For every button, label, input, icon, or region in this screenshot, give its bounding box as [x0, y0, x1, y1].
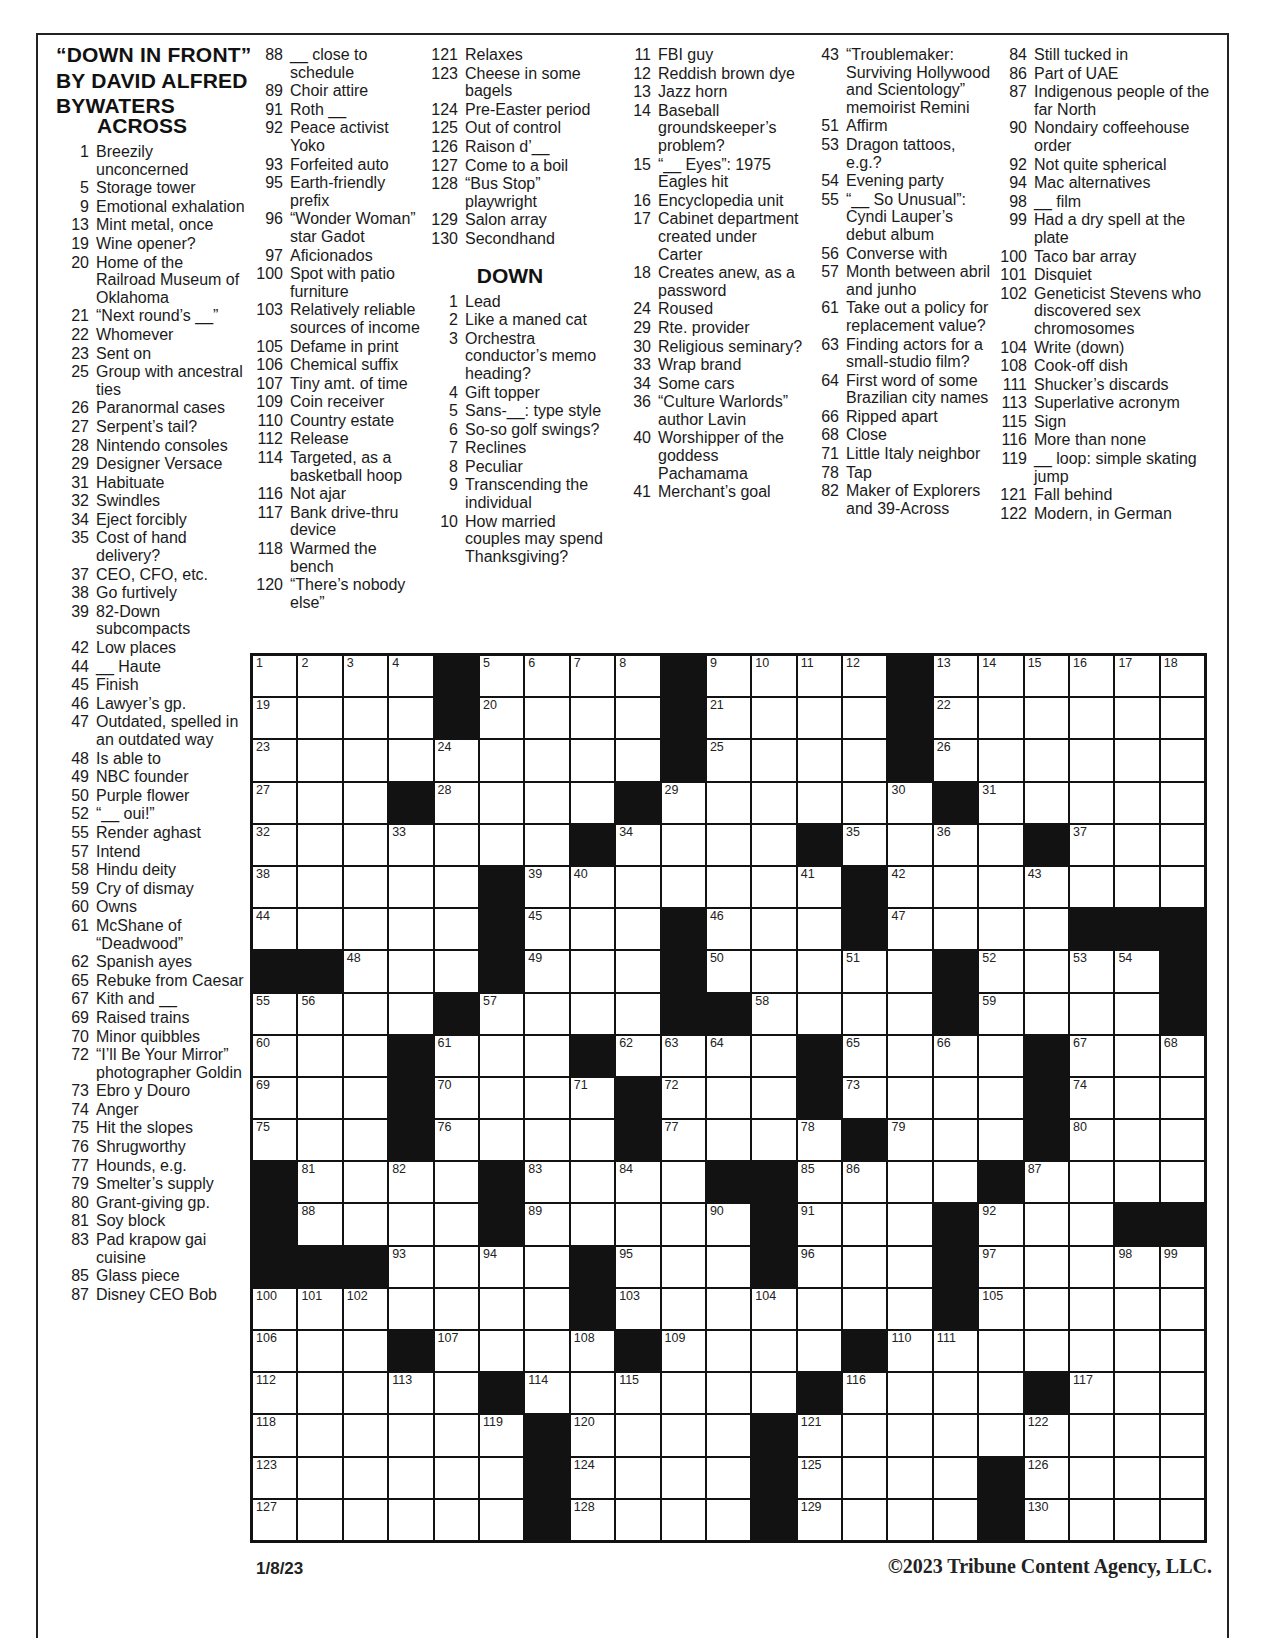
grid-cell[interactable]: [298, 867, 341, 907]
grid-cell[interactable]: 94: [480, 1247, 523, 1287]
grid-cell[interactable]: [888, 1036, 931, 1076]
grid-cell[interactable]: [571, 1373, 614, 1413]
grid-cell[interactable]: [1025, 1331, 1068, 1371]
grid-cell[interactable]: [1115, 1036, 1158, 1076]
grid-cell[interactable]: 77: [662, 1120, 705, 1160]
grid-cell[interactable]: [662, 1247, 705, 1287]
grid-cell[interactable]: [298, 825, 341, 865]
grid-cell[interactable]: 59: [979, 994, 1022, 1034]
grid-cell[interactable]: 21: [707, 698, 750, 738]
grid-cell[interactable]: [1161, 1500, 1204, 1540]
grid-cell[interactable]: [389, 867, 432, 907]
grid-cell[interactable]: [571, 994, 614, 1034]
grid-cell[interactable]: 30: [888, 783, 931, 823]
grid-cell[interactable]: [298, 1120, 341, 1160]
grid-cell[interactable]: [707, 867, 750, 907]
grid-cell[interactable]: 91: [798, 1204, 841, 1244]
grid-cell[interactable]: [1161, 1162, 1204, 1202]
grid-cell[interactable]: [344, 909, 387, 949]
grid-cell[interactable]: [344, 740, 387, 780]
grid-cell[interactable]: [298, 1458, 341, 1498]
grid-cell[interactable]: [888, 1458, 931, 1498]
grid-cell[interactable]: 28: [435, 783, 478, 823]
grid-cell[interactable]: [1025, 909, 1068, 949]
grid-cell[interactable]: [344, 1120, 387, 1160]
grid-cell[interactable]: [1115, 1289, 1158, 1329]
grid-cell[interactable]: [1070, 1247, 1113, 1287]
grid-cell[interactable]: [616, 994, 659, 1034]
grid-cell[interactable]: 5: [480, 656, 523, 696]
grid-cell[interactable]: [888, 1500, 931, 1540]
grid-cell[interactable]: [752, 1078, 795, 1118]
grid-cell[interactable]: 113: [389, 1373, 432, 1413]
grid-cell[interactable]: [480, 1289, 523, 1329]
grid-cell[interactable]: 122: [1025, 1415, 1068, 1455]
grid-cell[interactable]: 27: [253, 783, 296, 823]
grid-cell[interactable]: [1115, 1162, 1158, 1202]
grid-cell[interactable]: [525, 1331, 568, 1371]
grid-cell[interactable]: [1161, 1289, 1204, 1329]
grid-cell[interactable]: [525, 1078, 568, 1118]
grid-cell[interactable]: [435, 1162, 478, 1202]
grid-cell[interactable]: 12: [843, 656, 886, 696]
grid-cell[interactable]: [798, 1289, 841, 1329]
grid-cell[interactable]: 100: [253, 1289, 296, 1329]
grid-cell[interactable]: 116: [843, 1373, 886, 1413]
grid-cell[interactable]: 119: [480, 1415, 523, 1455]
grid-cell[interactable]: [525, 698, 568, 738]
grid-cell[interactable]: [344, 1162, 387, 1202]
grid-cell[interactable]: [752, 1036, 795, 1076]
grid-cell[interactable]: 52: [979, 951, 1022, 991]
grid-cell[interactable]: [616, 1458, 659, 1498]
grid-cell[interactable]: [662, 1289, 705, 1329]
grid-cell[interactable]: 44: [253, 909, 296, 949]
grid-cell[interactable]: [662, 1458, 705, 1498]
grid-cell[interactable]: [752, 740, 795, 780]
grid-cell[interactable]: 81: [298, 1162, 341, 1202]
grid-cell[interactable]: 46: [707, 909, 750, 949]
grid-cell[interactable]: [979, 1373, 1022, 1413]
grid-cell[interactable]: 80: [1070, 1120, 1113, 1160]
grid-cell[interactable]: [525, 740, 568, 780]
grid-cell[interactable]: [707, 1289, 750, 1329]
grid-cell[interactable]: 38: [253, 867, 296, 907]
grid-cell[interactable]: [616, 909, 659, 949]
grid-cell[interactable]: [389, 740, 432, 780]
grid-cell[interactable]: 112: [253, 1373, 296, 1413]
grid-cell[interactable]: [934, 1078, 977, 1118]
grid-cell[interactable]: [616, 867, 659, 907]
grid-cell[interactable]: [525, 1036, 568, 1076]
grid-cell[interactable]: [571, 698, 614, 738]
grid-cell[interactable]: [1115, 783, 1158, 823]
grid-cell[interactable]: [525, 994, 568, 1034]
grid-cell[interactable]: 6: [525, 656, 568, 696]
grid-cell[interactable]: 129: [798, 1500, 841, 1540]
grid-cell[interactable]: 125: [798, 1458, 841, 1498]
grid-cell[interactable]: [843, 698, 886, 738]
grid-cell[interactable]: [344, 1036, 387, 1076]
grid-cell[interactable]: [480, 1331, 523, 1371]
grid-cell[interactable]: [1115, 867, 1158, 907]
grid-cell[interactable]: 66: [934, 1036, 977, 1076]
grid-cell[interactable]: 92: [979, 1204, 1022, 1244]
grid-cell[interactable]: [480, 1500, 523, 1540]
grid-cell[interactable]: [1070, 698, 1113, 738]
grid-cell[interactable]: 57: [480, 994, 523, 1034]
grid-cell[interactable]: [752, 783, 795, 823]
grid-cell[interactable]: [571, 1120, 614, 1160]
grid-cell[interactable]: 54: [1115, 951, 1158, 991]
grid-cell[interactable]: [1070, 1500, 1113, 1540]
grid-cell[interactable]: [389, 951, 432, 991]
grid-cell[interactable]: 85: [798, 1162, 841, 1202]
grid-cell[interactable]: 93: [389, 1247, 432, 1287]
grid-cell[interactable]: [344, 1331, 387, 1371]
grid-cell[interactable]: 25: [707, 740, 750, 780]
grid-cell[interactable]: 31: [979, 783, 1022, 823]
grid-cell[interactable]: [1070, 994, 1113, 1034]
grid-cell[interactable]: [934, 1162, 977, 1202]
grid-cell[interactable]: 83: [525, 1162, 568, 1202]
grid-cell[interactable]: [888, 1415, 931, 1455]
grid-cell[interactable]: [707, 1078, 750, 1118]
grid-cell[interactable]: [934, 1120, 977, 1160]
grid-cell[interactable]: [662, 1373, 705, 1413]
grid-cell[interactable]: 19: [253, 698, 296, 738]
grid-cell[interactable]: [298, 698, 341, 738]
grid-cell[interactable]: [525, 1120, 568, 1160]
grid-cell[interactable]: [752, 1331, 795, 1371]
grid-cell[interactable]: [571, 951, 614, 991]
grid-cell[interactable]: [662, 825, 705, 865]
grid-cell[interactable]: [1161, 1331, 1204, 1371]
grid-cell[interactable]: [616, 698, 659, 738]
grid-cell[interactable]: [298, 740, 341, 780]
grid-cell[interactable]: [1115, 1373, 1158, 1413]
grid-cell[interactable]: [752, 698, 795, 738]
grid-cell[interactable]: 14: [979, 656, 1022, 696]
grid-cell[interactable]: 36: [934, 825, 977, 865]
grid-cell[interactable]: 103: [616, 1289, 659, 1329]
grid-cell[interactable]: 42: [888, 867, 931, 907]
grid-cell[interactable]: 23: [253, 740, 296, 780]
grid-cell[interactable]: 127: [253, 1500, 296, 1540]
grid-cell[interactable]: 34: [616, 825, 659, 865]
grid-cell[interactable]: 3: [344, 656, 387, 696]
grid-cell[interactable]: [1070, 1415, 1113, 1455]
grid-cell[interactable]: [934, 1415, 977, 1455]
grid-cell[interactable]: [616, 1415, 659, 1455]
grid-cell[interactable]: [1025, 1204, 1068, 1244]
grid-cell[interactable]: 73: [843, 1078, 886, 1118]
grid-cell[interactable]: [1115, 994, 1158, 1034]
grid-cell[interactable]: 4: [389, 656, 432, 696]
grid-cell[interactable]: 45: [525, 909, 568, 949]
grid-cell[interactable]: [843, 1458, 886, 1498]
grid-cell[interactable]: [480, 1120, 523, 1160]
grid-cell[interactable]: [934, 909, 977, 949]
grid-cell[interactable]: 123: [253, 1458, 296, 1498]
grid-cell[interactable]: [888, 1078, 931, 1118]
grid-cell[interactable]: [1070, 1331, 1113, 1371]
grid-cell[interactable]: [662, 1415, 705, 1455]
grid-cell[interactable]: [888, 825, 931, 865]
grid-cell[interactable]: 98: [1115, 1247, 1158, 1287]
grid-cell[interactable]: [480, 1078, 523, 1118]
grid-cell[interactable]: 15: [1025, 656, 1068, 696]
grid-cell[interactable]: [752, 825, 795, 865]
grid-cell[interactable]: 124: [571, 1458, 614, 1498]
grid-cell[interactable]: 75: [253, 1120, 296, 1160]
grid-cell[interactable]: [571, 909, 614, 949]
grid-cell[interactable]: [798, 909, 841, 949]
grid-cell[interactable]: [979, 1331, 1022, 1371]
grid-cell[interactable]: [344, 825, 387, 865]
grid-cell[interactable]: [389, 1289, 432, 1329]
grid-cell[interactable]: [707, 1500, 750, 1540]
grid-cell[interactable]: 89: [525, 1204, 568, 1244]
grid-cell[interactable]: 96: [798, 1247, 841, 1287]
grid-cell[interactable]: [1115, 1078, 1158, 1118]
grid-cell[interactable]: [525, 825, 568, 865]
grid-cell[interactable]: [1161, 740, 1204, 780]
grid-cell[interactable]: [435, 867, 478, 907]
grid-cell[interactable]: [888, 1162, 931, 1202]
grid-cell[interactable]: [798, 994, 841, 1034]
grid-cell[interactable]: [1025, 1289, 1068, 1329]
grid-cell[interactable]: 37: [1070, 825, 1113, 865]
grid-cell[interactable]: 68: [1161, 1036, 1204, 1076]
grid-cell[interactable]: 114: [525, 1373, 568, 1413]
grid-cell[interactable]: [616, 1204, 659, 1244]
grid-cell[interactable]: [979, 1120, 1022, 1160]
grid-cell[interactable]: [435, 1458, 478, 1498]
grid-cell[interactable]: [480, 1036, 523, 1076]
grid-cell[interactable]: 62: [616, 1036, 659, 1076]
grid-cell[interactable]: [298, 783, 341, 823]
grid-cell[interactable]: [435, 1415, 478, 1455]
grid-cell[interactable]: [1070, 867, 1113, 907]
grid-cell[interactable]: [1115, 740, 1158, 780]
grid-cell[interactable]: [979, 825, 1022, 865]
grid-cell[interactable]: 41: [798, 867, 841, 907]
grid-cell[interactable]: [979, 1036, 1022, 1076]
grid-cell[interactable]: 74: [1070, 1078, 1113, 1118]
grid-cell[interactable]: [979, 909, 1022, 949]
grid-cell[interactable]: [389, 1415, 432, 1455]
grid-cell[interactable]: 35: [843, 825, 886, 865]
grid-cell[interactable]: [934, 1500, 977, 1540]
grid-cell[interactable]: [752, 867, 795, 907]
grid-cell[interactable]: [1025, 994, 1068, 1034]
grid-cell[interactable]: [344, 1078, 387, 1118]
grid-cell[interactable]: [344, 994, 387, 1034]
grid-cell[interactable]: [298, 1036, 341, 1076]
grid-cell[interactable]: [389, 1500, 432, 1540]
grid-cell[interactable]: 47: [888, 909, 931, 949]
grid-cell[interactable]: [934, 1458, 977, 1498]
grid-cell[interactable]: [525, 783, 568, 823]
grid-cell[interactable]: [662, 1162, 705, 1202]
grid-cell[interactable]: 67: [1070, 1036, 1113, 1076]
grid-cell[interactable]: 10: [752, 656, 795, 696]
grid-cell[interactable]: 16: [1070, 656, 1113, 696]
grid-cell[interactable]: [752, 1373, 795, 1413]
grid-cell[interactable]: [616, 740, 659, 780]
grid-cell[interactable]: 121: [798, 1415, 841, 1455]
grid-cell[interactable]: [389, 698, 432, 738]
grid-cell[interactable]: [435, 825, 478, 865]
grid-cell[interactable]: [480, 1458, 523, 1498]
grid-cell[interactable]: [389, 1204, 432, 1244]
grid-cell[interactable]: [1161, 867, 1204, 907]
grid-cell[interactable]: [798, 740, 841, 780]
grid-cell[interactable]: [1115, 1500, 1158, 1540]
grid-cell[interactable]: 82: [389, 1162, 432, 1202]
grid-cell[interactable]: [1070, 1162, 1113, 1202]
grid-cell[interactable]: 69: [253, 1078, 296, 1118]
grid-cell[interactable]: [344, 1415, 387, 1455]
grid-cell[interactable]: [707, 1415, 750, 1455]
grid-cell[interactable]: 56: [298, 994, 341, 1034]
grid-cell[interactable]: 9: [707, 656, 750, 696]
grid-cell[interactable]: [843, 1204, 886, 1244]
grid-cell[interactable]: [934, 1373, 977, 1413]
grid-cell[interactable]: [525, 1247, 568, 1287]
grid-cell[interactable]: 90: [707, 1204, 750, 1244]
grid-cell[interactable]: [707, 825, 750, 865]
grid-cell[interactable]: 2: [298, 656, 341, 696]
grid-cell[interactable]: 1: [253, 656, 296, 696]
grid-cell[interactable]: [707, 1373, 750, 1413]
grid-cell[interactable]: 8: [616, 656, 659, 696]
grid-cell[interactable]: 109: [662, 1331, 705, 1371]
grid-cell[interactable]: 70: [435, 1078, 478, 1118]
grid-cell[interactable]: [1115, 1120, 1158, 1160]
grid-cell[interactable]: 95: [616, 1247, 659, 1287]
grid-cell[interactable]: [571, 1162, 614, 1202]
grid-cell[interactable]: 64: [707, 1036, 750, 1076]
grid-cell[interactable]: 99: [1161, 1247, 1204, 1287]
grid-cell[interactable]: [843, 783, 886, 823]
grid-cell[interactable]: [979, 698, 1022, 738]
grid-cell[interactable]: 130: [1025, 1500, 1068, 1540]
grid-cell[interactable]: [1115, 1415, 1158, 1455]
grid-cell[interactable]: [1070, 1289, 1113, 1329]
grid-cell[interactable]: [1070, 783, 1113, 823]
grid-cell[interactable]: 7: [571, 656, 614, 696]
grid-cell[interactable]: [798, 951, 841, 991]
grid-cell[interactable]: [662, 1500, 705, 1540]
grid-cell[interactable]: [1070, 740, 1113, 780]
grid-cell[interactable]: 24: [435, 740, 478, 780]
grid-cell[interactable]: [389, 994, 432, 1034]
grid-cell[interactable]: [435, 1204, 478, 1244]
grid-cell[interactable]: 17: [1115, 656, 1158, 696]
grid-cell[interactable]: [888, 1289, 931, 1329]
grid-cell[interactable]: [843, 1247, 886, 1287]
grid-cell[interactable]: [1161, 1458, 1204, 1498]
grid-cell[interactable]: [435, 1373, 478, 1413]
grid-cell[interactable]: [435, 1289, 478, 1329]
grid-cell[interactable]: [843, 1289, 886, 1329]
grid-cell[interactable]: 26: [934, 740, 977, 780]
grid-cell[interactable]: [298, 1331, 341, 1371]
grid-cell[interactable]: [934, 867, 977, 907]
grid-cell[interactable]: [798, 783, 841, 823]
grid-cell[interactable]: [480, 825, 523, 865]
grid-cell[interactable]: 43: [1025, 867, 1068, 907]
grid-cell[interactable]: [1070, 1204, 1113, 1244]
grid-cell[interactable]: 117: [1070, 1373, 1113, 1413]
grid-cell[interactable]: 58: [752, 994, 795, 1034]
grid-cell[interactable]: 105: [979, 1289, 1022, 1329]
grid-cell[interactable]: 87: [1025, 1162, 1068, 1202]
grid-cell[interactable]: 107: [435, 1331, 478, 1371]
grid-cell[interactable]: [1161, 1415, 1204, 1455]
grid-cell[interactable]: [1161, 783, 1204, 823]
grid-cell[interactable]: 126: [1025, 1458, 1068, 1498]
grid-cell[interactable]: [888, 951, 931, 991]
grid-cell[interactable]: [298, 909, 341, 949]
grid-cell[interactable]: [1115, 1331, 1158, 1371]
grid-cell[interactable]: 120: [571, 1415, 614, 1455]
grid-cell[interactable]: [979, 1078, 1022, 1118]
grid-cell[interactable]: [843, 1415, 886, 1455]
grid-cell[interactable]: 76: [435, 1120, 478, 1160]
grid-cell[interactable]: [435, 951, 478, 991]
grid-cell[interactable]: [752, 909, 795, 949]
grid-cell[interactable]: [1161, 1120, 1204, 1160]
grid-cell[interactable]: [344, 1458, 387, 1498]
grid-cell[interactable]: [344, 1500, 387, 1540]
grid-cell[interactable]: [1161, 1078, 1204, 1118]
grid-cell[interactable]: [616, 951, 659, 991]
grid-cell[interactable]: [707, 1458, 750, 1498]
grid-cell[interactable]: [798, 1331, 841, 1371]
grid-cell[interactable]: 115: [616, 1373, 659, 1413]
grid-cell[interactable]: [752, 951, 795, 991]
grid-cell[interactable]: [1161, 825, 1204, 865]
grid-cell[interactable]: 22: [934, 698, 977, 738]
grid-cell[interactable]: [344, 1204, 387, 1244]
grid-cell[interactable]: [707, 1120, 750, 1160]
grid-cell[interactable]: 49: [525, 951, 568, 991]
grid-cell[interactable]: [298, 1373, 341, 1413]
grid-cell[interactable]: [1025, 740, 1068, 780]
grid-cell[interactable]: 101: [298, 1289, 341, 1329]
grid-cell[interactable]: 65: [843, 1036, 886, 1076]
grid-cell[interactable]: [979, 867, 1022, 907]
grid-cell[interactable]: [298, 1415, 341, 1455]
grid-cell[interactable]: 60: [253, 1036, 296, 1076]
grid-cell[interactable]: 29: [662, 783, 705, 823]
grid-cell[interactable]: [480, 740, 523, 780]
grid-cell[interactable]: [298, 1078, 341, 1118]
grid-cell[interactable]: 39: [525, 867, 568, 907]
grid-cell[interactable]: [707, 783, 750, 823]
grid-cell[interactable]: [752, 1120, 795, 1160]
grid-cell[interactable]: [1115, 1458, 1158, 1498]
grid-cell[interactable]: [571, 740, 614, 780]
grid-cell[interactable]: 18: [1161, 656, 1204, 696]
grid-cell[interactable]: [344, 867, 387, 907]
grid-cell[interactable]: [888, 994, 931, 1034]
grid-cell[interactable]: [843, 994, 886, 1034]
grid-cell[interactable]: [979, 740, 1022, 780]
